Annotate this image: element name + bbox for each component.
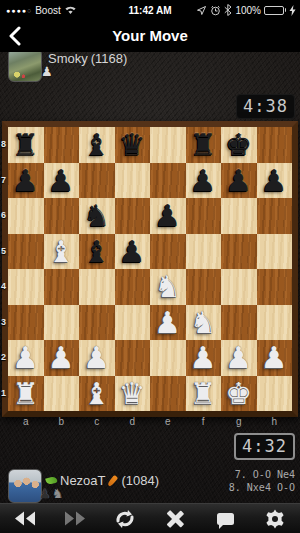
black-bishop-piece[interactable]: ♝ [79,127,115,163]
close-icon [166,510,184,528]
square-a8[interactable]: ♜ [8,127,44,163]
settings-button[interactable] [258,506,292,532]
square-b8[interactable] [44,127,80,163]
square-d7[interactable] [115,163,151,199]
opponent-rating: (1168) [91,51,128,66]
square-a7[interactable]: ♟ [8,163,44,199]
file-label-b: b [44,416,80,427]
file-label-e: e [150,416,186,427]
square-h7[interactable]: ♟ [257,163,293,199]
black-pawn-piece[interactable]: ♟ [221,163,257,199]
square-f4[interactable] [186,269,222,305]
captured-black-pawn-icon: ♟ [39,487,51,500]
black-rook-piece[interactable]: ♜ [186,127,222,163]
square-c3[interactable] [79,305,115,341]
square-h4[interactable] [257,269,293,305]
rank-label-8: 8 [1,139,11,149]
square-e6[interactable]: ♟ [150,198,186,234]
square-b6[interactable] [44,198,80,234]
square-g8[interactable]: ♚ [221,127,257,163]
square-a4[interactable] [8,269,44,305]
leaf-icon [45,475,58,485]
black-pawn-piece[interactable]: ♟ [44,163,80,199]
captured-black-knight-icon: ♞ [52,487,64,500]
white-queen-piece[interactable]: ♛ [115,376,151,412]
white-knight-piece[interactable]: ♞ [150,269,186,305]
square-a5[interactable] [8,234,44,270]
square-c4[interactable] [79,269,115,305]
rank-label-2: 2 [1,352,11,362]
white-rook-piece[interactable]: ♜ [8,376,44,412]
rank-label-3: 3 [1,317,11,327]
black-pawn-piece[interactable]: ♟ [115,234,151,270]
square-a2[interactable]: ♟ [8,340,44,376]
move-row: 8. Nxe4 O-O [229,482,295,495]
file-label-g: g [221,416,257,427]
move-row: 7. O-O Ne4 [229,469,295,482]
opponent-name: Smoky [48,51,88,66]
rank-label-4: 4 [1,281,11,291]
chat-button[interactable] [208,506,242,532]
square-b4[interactable] [44,269,80,305]
square-f8[interactable]: ♜ [186,127,222,163]
square-h2[interactable]: ♟ [257,340,293,376]
carrot-icon [106,474,118,486]
square-b3[interactable] [44,305,80,341]
opponent-name-row: Smoky (1168) [48,51,127,66]
captured-white-pawn-icon: ♟ [41,65,53,78]
opponent-captured-tray: ♟ [41,65,53,78]
square-d2[interactable] [115,340,151,376]
white-bishop-piece[interactable]: ♝ [79,376,115,412]
opponent-clock: 4:38 [236,94,295,119]
square-a6[interactable] [8,198,44,234]
player-name: NezoaT [60,473,106,488]
square-a1[interactable]: ♜ [8,376,44,412]
player-captured-tray: ♟♞ [39,487,63,500]
square-h5[interactable] [257,234,293,270]
square-f2[interactable]: ♟ [186,340,222,376]
square-d3[interactable] [115,305,151,341]
navigation-bar: Your Move [0,20,300,52]
square-h8[interactable] [257,127,293,163]
status-bar: ●●●●○ Boost 11:42 AM 100% [0,0,300,20]
rank-label-1: 1 [1,388,11,398]
white-king-piece[interactable]: ♚ [221,376,257,412]
rematch-arrows-icon [114,509,136,529]
square-d5[interactable]: ♟ [115,234,151,270]
square-e2[interactable] [150,340,186,376]
rewind-button[interactable] [8,506,42,532]
square-f6[interactable] [186,198,222,234]
file-label-f: f [186,416,222,427]
rank-label-7: 7 [1,175,11,185]
location-arrow-icon [196,5,207,16]
square-h1[interactable] [257,376,293,412]
square-g2[interactable]: ♟ [221,340,257,376]
black-king-piece[interactable]: ♚ [221,127,257,163]
square-e3[interactable]: ♟ [150,305,186,341]
square-d6[interactable] [115,198,151,234]
gear-icon [265,509,285,529]
black-pawn-piece[interactable]: ♟ [186,163,222,199]
file-label-c: c [79,416,115,427]
square-e1[interactable] [150,376,186,412]
file-label-d: d [115,416,151,427]
white-rook-piece[interactable]: ♜ [186,376,222,412]
black-bishop-piece[interactable]: ♝ [79,234,115,270]
fast-forward-icon [63,510,87,527]
battery-icon [264,6,286,15]
square-d4[interactable] [115,269,151,305]
bottom-toolbar [0,503,300,533]
rank-label-6: 6 [1,210,11,220]
square-f7[interactable]: ♟ [186,163,222,199]
square-h3[interactable] [257,305,293,341]
file-labels: abcdefgh [8,416,292,427]
square-f1[interactable]: ♜ [186,376,222,412]
square-b1[interactable] [44,376,80,412]
white-pawn-piece[interactable]: ♟ [44,340,80,376]
square-c5[interactable]: ♝ [79,234,115,270]
black-pawn-piece[interactable]: ♟ [257,163,293,199]
black-pawn-piece[interactable]: ♟ [8,163,44,199]
close-button[interactable] [158,506,192,532]
square-g5[interactable] [221,234,257,270]
player-clock: 4:32 [234,433,295,460]
square-c2[interactable]: ♟ [79,340,115,376]
rewind-icon [13,510,37,527]
square-d1[interactable]: ♛ [115,376,151,412]
square-e7[interactable] [150,163,186,199]
player-rating: (1084) [122,473,160,488]
black-pawn-piece[interactable]: ♟ [150,198,186,234]
square-e5[interactable] [150,234,186,270]
black-queen-piece[interactable]: ♛ [115,127,151,163]
battery-percent-label: 100% [235,5,261,16]
rematch-button[interactable] [108,506,142,532]
board-frame: ♜♝♛♜♚♟♟♟♟♟♞♟♝♝♟♞♟♞♟♟♟♟♟♟♜♝♛♜♚ [2,121,298,417]
square-a3[interactable] [8,305,44,341]
square-b2[interactable]: ♟ [44,340,80,376]
square-g3[interactable] [221,305,257,341]
square-g7[interactable]: ♟ [221,163,257,199]
square-e8[interactable] [150,127,186,163]
white-pawn-piece[interactable]: ♟ [79,340,115,376]
alarm-clock-icon [210,5,221,16]
square-c8[interactable]: ♝ [79,127,115,163]
white-pawn-piece[interactable]: ♟ [257,340,293,376]
opponent-avatar[interactable] [8,48,42,82]
white-pawn-piece[interactable]: ♟ [150,305,186,341]
square-c7[interactable] [79,163,115,199]
square-b5[interactable]: ♝ [44,234,80,270]
move-list: 7. O-O Ne4 8. Nxe4 O-O [229,469,295,494]
square-f5[interactable] [186,234,222,270]
file-label-h: h [257,416,293,427]
chat-bubble-icon [217,513,234,525]
square-c1[interactable]: ♝ [79,376,115,412]
white-pawn-piece[interactable]: ♟ [221,340,257,376]
white-knight-piece[interactable]: ♞ [186,305,222,341]
square-g6[interactable] [221,198,257,234]
square-g1[interactable]: ♚ [221,376,257,412]
square-f3[interactable]: ♞ [186,305,222,341]
chess-board[interactable]: ♜♝♛♜♚♟♟♟♟♟♞♟♝♝♟♞♟♞♟♟♟♟♟♟♜♝♛♜♚ [8,127,292,411]
square-c6[interactable]: ♞ [79,198,115,234]
fast-forward-button[interactable] [58,506,92,532]
square-h6[interactable] [257,198,293,234]
white-bishop-piece[interactable]: ♝ [44,234,80,270]
square-b7[interactable]: ♟ [44,163,80,199]
charging-bolt-icon [289,5,296,16]
square-g4[interactable] [221,269,257,305]
white-pawn-piece[interactable]: ♟ [186,340,222,376]
square-e4[interactable]: ♞ [150,269,186,305]
bluetooth-icon [224,4,232,16]
black-knight-piece[interactable]: ♞ [79,198,115,234]
player-avatar[interactable] [8,469,42,503]
page-title: Your Move [0,27,300,44]
black-rook-piece[interactable]: ♜ [8,127,44,163]
square-d8[interactable]: ♛ [115,127,151,163]
file-label-a: a [8,416,44,427]
white-pawn-piece[interactable]: ♟ [8,340,44,376]
rank-label-5: 5 [1,246,11,256]
